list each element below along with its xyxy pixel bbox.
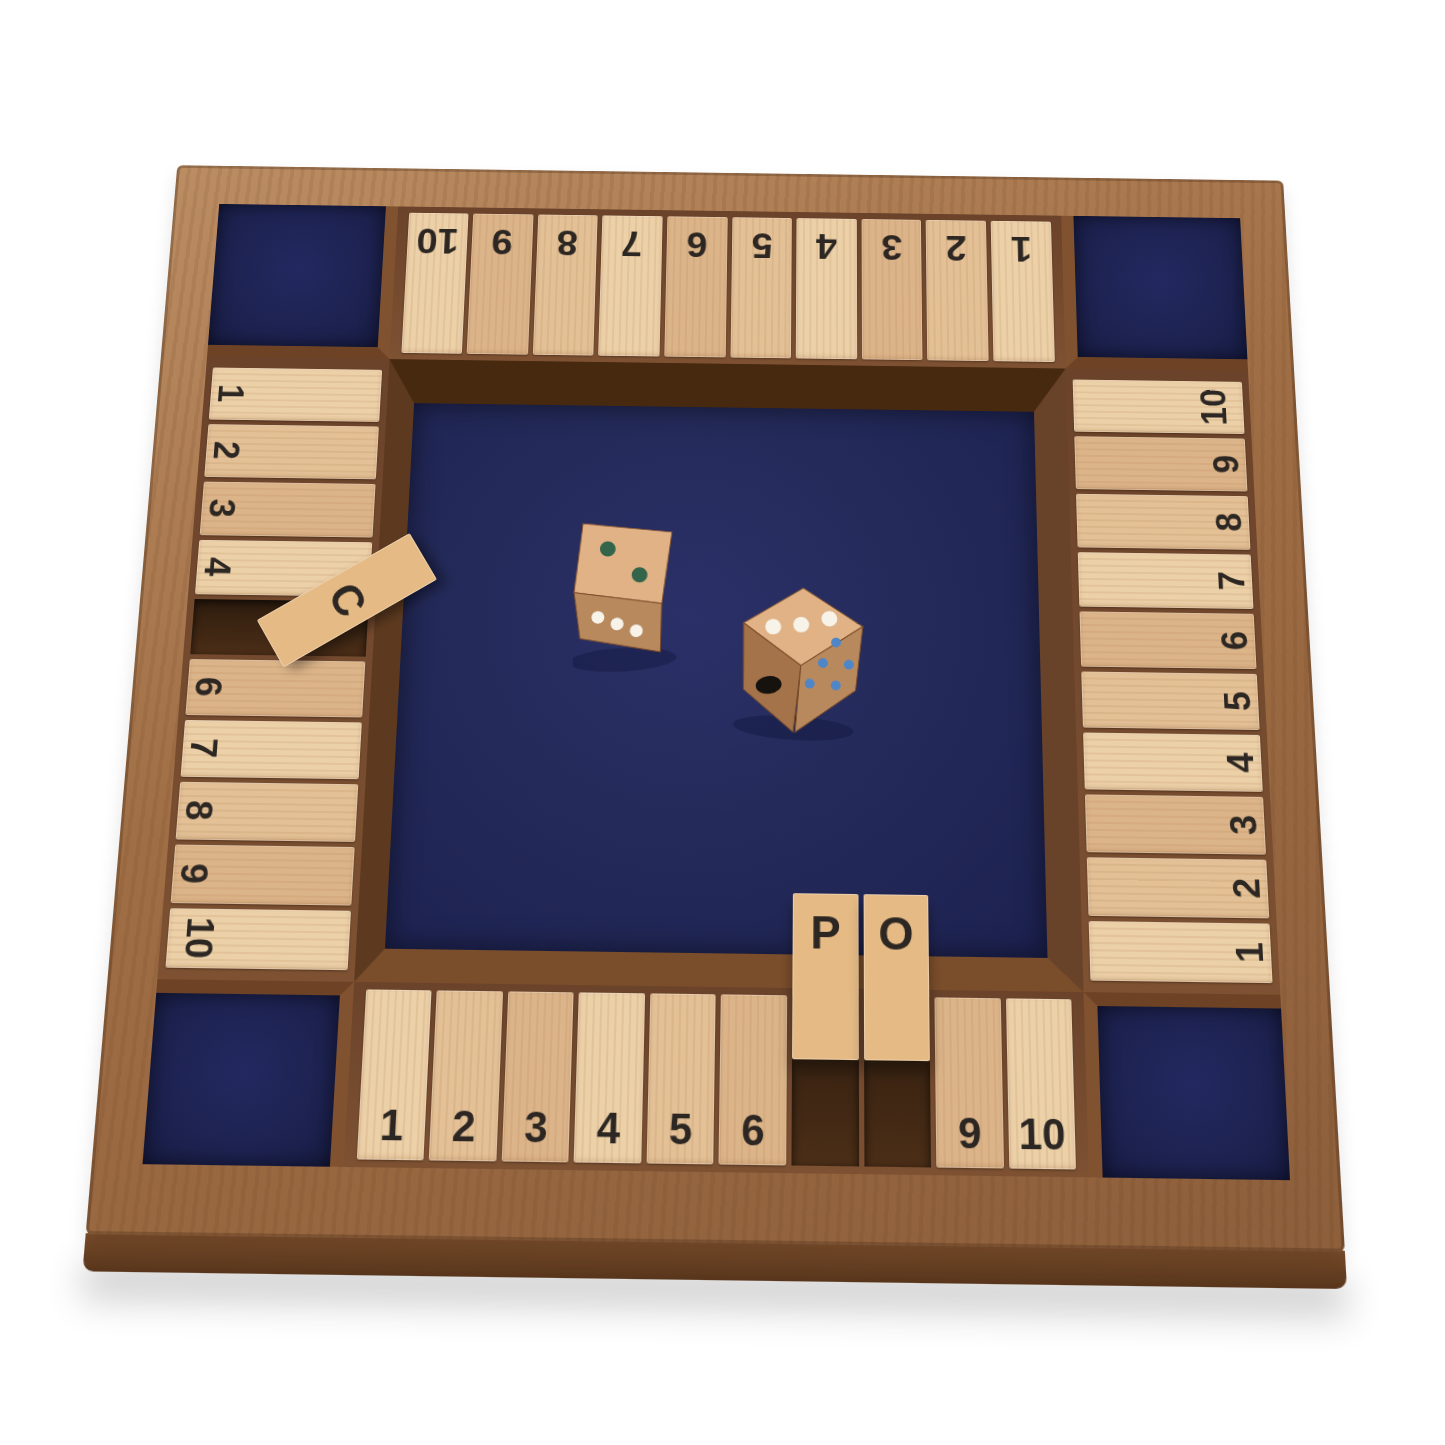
die-1[interactable] — [567, 507, 691, 678]
tile-north-7[interactable]: 7 — [598, 215, 662, 356]
tile-west-3[interactable]: 3 — [199, 481, 375, 537]
tile-number: 2 — [1228, 878, 1266, 899]
tile-number: 1 — [356, 1103, 425, 1147]
tile-number: 7 — [1214, 571, 1250, 591]
tile-row-west: 1234C678910 — [157, 357, 389, 982]
board-outer-frame: 12345678910 1234C678910 — [85, 165, 1344, 1252]
tile-slot-north-7: 7 — [598, 215, 662, 356]
tile-number: 8 — [179, 800, 217, 821]
tile-north-9[interactable]: 9 — [466, 214, 533, 355]
tile-north-3[interactable]: 3 — [861, 219, 922, 360]
tile-number: 3 — [1225, 815, 1263, 836]
tile-number: 5 — [1219, 691, 1256, 711]
tile-number: 10 — [178, 917, 218, 959]
tile-slot-south-4: 4 — [573, 992, 644, 1163]
tile-slot-east-5: 5 — [1081, 671, 1259, 730]
tile-east-1[interactable]: 1 — [1088, 921, 1272, 983]
tile-slot-west-1: 1 — [208, 367, 381, 421]
tile-east-2[interactable]: 2 — [1086, 857, 1268, 918]
tile-east-10[interactable]: 10 — [1072, 379, 1244, 433]
tile-east-9[interactable]: 9 — [1074, 436, 1247, 491]
tile-number: 3 — [861, 230, 921, 266]
tile-number: 6 — [666, 227, 727, 263]
tile-slot-east-9: 9 — [1074, 436, 1247, 491]
tile-slot-east-3: 3 — [1084, 794, 1265, 854]
tile-east-3[interactable]: 3 — [1084, 794, 1265, 854]
die-2[interactable] — [728, 578, 878, 745]
tile-south-3[interactable]: 3 — [501, 991, 574, 1162]
tile-back-letter: P — [792, 910, 858, 957]
tile-slot-south-9: 9 — [934, 997, 1003, 1168]
tile-slot-east-2: 2 — [1086, 857, 1268, 918]
tile-slot-east-1: 1 — [1088, 921, 1272, 983]
tile-number: 6 — [188, 677, 226, 697]
tile-east-5[interactable]: 5 — [1081, 671, 1259, 730]
tile-south-5[interactable]: 5 — [646, 993, 716, 1164]
tile-west-2[interactable]: 2 — [204, 424, 379, 479]
tile-number: 2 — [429, 1104, 498, 1148]
tile-number: 4 — [796, 229, 856, 265]
tile-number: 5 — [646, 1107, 714, 1152]
tile-number: 3 — [203, 498, 240, 517]
tile-west-1[interactable]: 1 — [208, 367, 381, 421]
tile-slot-south-7: P — [791, 995, 858, 1166]
tile-slot-north-2: 2 — [925, 220, 988, 361]
tile-number: 4 — [574, 1106, 642, 1150]
tile-east-7[interactable]: 7 — [1077, 552, 1253, 609]
board-tray: 12345678910 1234C678910 — [142, 204, 1289, 1180]
tile-number: 6 — [719, 1108, 786, 1153]
tile-number: 9 — [935, 1111, 1003, 1156]
dice-tray-felt — [354, 359, 1083, 992]
tile-number: 1 — [212, 384, 248, 403]
tile-slot-east-8: 8 — [1076, 493, 1250, 549]
tile-slot-south-6: 6 — [718, 994, 786, 1165]
tile-number: 4 — [1222, 752, 1259, 773]
tile-slot-west-7: 7 — [180, 719, 361, 778]
tile-row-east: 12345678910 — [1065, 369, 1280, 995]
tile-number: 9 — [174, 863, 212, 884]
tile-number: 6 — [1216, 631, 1253, 651]
corner-compartment-nw — [207, 204, 398, 359]
corner-compartment-se — [1083, 992, 1289, 1180]
tile-number: 9 — [471, 224, 533, 260]
tile-slot-south-2: 2 — [428, 990, 502, 1161]
tile-north-6[interactable]: 6 — [664, 216, 727, 357]
tile-number: 7 — [184, 738, 222, 758]
tile-west-6[interactable]: 6 — [185, 659, 365, 717]
tile-back-letter: C — [320, 575, 373, 623]
tile-north-5[interactable]: 5 — [730, 217, 792, 358]
tile-number: 7 — [601, 226, 662, 262]
tile-number: 1 — [1231, 942, 1269, 963]
tile-slot-east-7: 7 — [1077, 552, 1253, 609]
tile-number: 8 — [1211, 513, 1247, 532]
tile-slot-north-9: 9 — [466, 214, 533, 355]
tile-south-1[interactable]: 1 — [356, 989, 431, 1160]
tile-east-8[interactable]: 8 — [1076, 493, 1250, 549]
tile-south-4[interactable]: 4 — [573, 992, 644, 1163]
tile-south-6[interactable]: 6 — [718, 994, 786, 1165]
tile-slot-south-3: 3 — [501, 991, 574, 1162]
tile-slot-west-6: 6 — [185, 659, 365, 717]
tile-slot-south-1: 1 — [356, 989, 431, 1160]
corner-compartment-ne — [1061, 216, 1248, 371]
tile-slot-west-2: 2 — [204, 424, 379, 479]
tile-slot-north-1: 1 — [990, 221, 1054, 362]
tile-north-10[interactable]: 10 — [400, 213, 468, 354]
tile-west-9[interactable]: 9 — [170, 844, 354, 905]
tile-south-9[interactable]: 9 — [934, 997, 1003, 1168]
tile-number: 10 — [1008, 1112, 1076, 1157]
tile-slot-north-5: 5 — [730, 217, 792, 358]
tile-south-8-flipped[interactable]: O — [863, 894, 930, 1061]
tile-number: 10 — [1196, 388, 1232, 425]
tile-east-4[interactable]: 4 — [1083, 732, 1263, 791]
tile-number: 8 — [536, 225, 597, 261]
product-photo-scene: 12345678910 1234C678910 — [0, 0, 1445, 1445]
tile-slot-west-3: 3 — [199, 481, 375, 537]
tile-row-south: 123456PO910 — [343, 982, 1088, 1177]
tile-slot-south-8: O — [863, 996, 931, 1167]
tile-slot-east-4: 4 — [1083, 732, 1263, 791]
tile-slot-north-8: 8 — [532, 215, 597, 356]
tile-slot-east-6: 6 — [1079, 611, 1256, 669]
tile-number: 9 — [1208, 455, 1244, 474]
tile-slot-south-5: 5 — [646, 993, 716, 1164]
shut-the-box-board: 12345678910 1234C678910 — [82, 165, 1347, 1289]
tile-number: 1 — [990, 231, 1051, 267]
tile-slot-north-4: 4 — [795, 218, 856, 359]
tile-west-10[interactable]: 10 — [165, 908, 351, 970]
tile-slot-north-10: 10 — [400, 213, 468, 354]
tile-north-4[interactable]: 4 — [795, 218, 856, 359]
tile-number: 4 — [198, 557, 235, 577]
corner-compartment-sw — [142, 979, 354, 1167]
tile-north-2[interactable]: 2 — [925, 220, 988, 361]
tile-slot-south-10: 10 — [1005, 998, 1076, 1169]
tile-slot-east-10: 10 — [1072, 379, 1244, 433]
tile-south-7-flipped[interactable]: P — [792, 893, 858, 1060]
tile-south-10[interactable]: 10 — [1005, 998, 1076, 1169]
tile-west-7[interactable]: 7 — [180, 719, 361, 778]
tile-west-8[interactable]: 8 — [175, 781, 358, 841]
tile-slot-west-9: 9 — [170, 844, 354, 905]
tile-slot-north-6: 6 — [664, 216, 727, 357]
tile-back-letter: O — [863, 911, 929, 958]
tile-number: 5 — [731, 228, 791, 264]
tile-north-8[interactable]: 8 — [532, 215, 597, 356]
tile-south-2[interactable]: 2 — [428, 990, 502, 1161]
tile-row-north: 12345678910 — [389, 206, 1065, 368]
tile-number: 2 — [207, 441, 243, 460]
tile-number: 10 — [406, 223, 468, 259]
tile-north-1[interactable]: 1 — [990, 221, 1054, 362]
tile-number: 3 — [501, 1105, 570, 1149]
tile-slot-north-3: 3 — [861, 219, 922, 360]
tile-east-6[interactable]: 6 — [1079, 611, 1256, 669]
tile-slot-west-8: 8 — [175, 781, 358, 841]
tile-number: 2 — [926, 230, 987, 266]
tile-slot-west-5: C — [190, 599, 369, 657]
tile-slot-west-10: 10 — [165, 908, 351, 970]
